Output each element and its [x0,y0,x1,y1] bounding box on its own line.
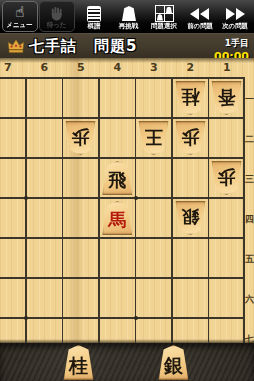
piece-kanji: 桂 [181,88,199,106]
row-label-7: 七 [245,333,254,344]
board-star-point [134,316,138,320]
problem-select-button[interactable]: 問題選択 [147,1,181,32]
pointing-hand-icon: ☝ [15,5,24,20]
board-piece-歩-22[interactable]: 歩 [175,121,206,155]
piece-kanji: 飛 [108,171,126,189]
column-label-6: 6 [36,61,52,74]
problem-number-title: 問題5 [94,37,137,56]
column-label-1: 1 [219,61,235,74]
puzzle-type-title: 七手詰 [29,37,77,56]
board-piece-馬-44[interactable]: 馬 [102,201,133,235]
column-label-4: 4 [109,61,125,74]
app-screen: ☝ メニュー 待った 棋譜 再挑戦 問題選択 [0,0,254,381]
board-star-point [24,316,28,320]
piece-kanji: 桂 [69,355,88,373]
shogi-board[interactable]: 7654321一二三四五六七桂香歩王歩飛歩馬銀 [0,58,254,343]
board-horizontal-line [0,277,245,278]
row-label-5: 五 [245,253,254,266]
column-label-5: 5 [73,61,89,74]
board-horizontal-line [0,197,245,198]
title-bar: 七手詰 問題5 1手目 00:00 [0,33,254,58]
piece-kanji: 王 [145,128,163,146]
move-counter: 1手目 [225,38,249,48]
toolbar: ☝ メニュー 待った 棋譜 再挑戦 問題選択 [0,0,254,33]
board-horizontal-line [0,157,245,158]
piece-kanji: 馬 [108,211,126,229]
board-star-point [24,196,28,200]
palm-hand-icon [49,4,65,21]
problem-select-button-label: 問題選択 [152,22,178,30]
board-star-point [134,196,138,200]
next-problem-button[interactable]: 次の問題 [218,1,252,32]
prev-double-arrow-icon [190,5,210,22]
hand-piece-銀[interactable]: 銀 [158,345,189,380]
piece-kanji: 銀 [164,355,183,373]
board-horizontal-line [0,317,245,318]
column-label-2: 2 [182,61,198,74]
kifu-button-label: 棋譜 [87,22,100,30]
row-label-3: 三 [245,173,254,186]
takeback-button-label: 待った [47,21,67,29]
crown-icon [7,38,25,54]
problem-grid-icon [155,5,174,22]
board-piece-銀-24[interactable]: 銀 [175,201,206,235]
row-label-6: 六 [245,293,254,306]
board-piece-香-11[interactable]: 香 [211,81,242,115]
column-label-3: 3 [146,61,162,74]
piece-kanji: 香 [218,88,236,106]
board-horizontal-line [0,117,245,118]
sente-hand-tray[interactable]: 桂銀 [0,343,254,381]
retry-button-label: 再挑戦 [119,22,138,30]
hand-piece-桂[interactable]: 桂 [63,345,94,380]
board-piece-王-32[interactable]: 王 [138,121,169,155]
retry-button[interactable]: 再挑戦 [112,1,146,32]
board-piece-歩-13[interactable]: 歩 [211,161,242,195]
piece-kanji: 銀 [181,208,199,226]
column-label-7: 7 [0,61,16,74]
board-horizontal-line [0,77,245,78]
kifu-button[interactable]: 棋譜 [76,1,110,32]
next-problem-button-label: 次の問題 [222,22,248,30]
board-piece-飛-43[interactable]: 飛 [102,161,133,195]
piece-kanji: 歩 [181,128,199,146]
board-piece-桂-21[interactable]: 桂 [175,81,206,115]
prev-problem-button-label: 前の問題 [187,22,213,30]
shogi-piece-icon [122,6,136,21]
record-list-icon [87,6,101,22]
menu-button[interactable]: ☝ メニュー [2,1,38,32]
next-double-arrow-icon [225,5,245,22]
row-label-2: 二 [245,133,254,146]
menu-button-label: メニュー [7,21,33,29]
board-piece-歩-52[interactable]: 歩 [65,121,96,155]
piece-kanji: 歩 [72,128,90,146]
row-label-1: 一 [245,93,254,106]
board-horizontal-line [0,237,245,238]
takeback-button[interactable]: 待った [39,1,75,32]
prev-problem-button[interactable]: 前の問題 [183,1,217,32]
piece-kanji: 歩 [218,168,236,186]
row-label-4: 四 [245,213,254,226]
